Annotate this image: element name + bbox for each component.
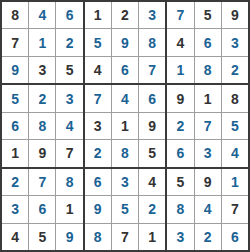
- cell-r5c1[interactable]: 6: [2, 113, 28, 139]
- box-2: 123598467: [85, 2, 166, 83]
- cell-r7c5[interactable]: 3: [112, 169, 138, 195]
- cell-r7c6[interactable]: 4: [139, 169, 165, 195]
- cell-r7c3[interactable]: 8: [56, 169, 82, 195]
- cell-r4c7[interactable]: 9: [167, 85, 193, 111]
- cell-r5c6[interactable]: 9: [139, 113, 165, 139]
- cell-r8c5[interactable]: 5: [112, 196, 138, 222]
- cell-r3c3[interactable]: 5: [56, 57, 82, 83]
- cell-r4c2[interactable]: 2: [29, 85, 55, 111]
- cell-r9c7[interactable]: 3: [167, 224, 193, 250]
- cell-r2c2[interactable]: 1: [29, 29, 55, 55]
- cell-r6c9[interactable]: 4: [222, 140, 248, 166]
- cell-r9c4[interactable]: 8: [85, 224, 111, 250]
- box-8: 634952871: [85, 169, 166, 250]
- cell-r3c8[interactable]: 8: [195, 57, 221, 83]
- cell-r9c6[interactable]: 1: [139, 224, 165, 250]
- cell-r3c1[interactable]: 9: [2, 57, 28, 83]
- cell-r2c4[interactable]: 5: [85, 29, 111, 55]
- cell-r1c7[interactable]: 7: [167, 2, 193, 28]
- cell-r1c6[interactable]: 3: [139, 2, 165, 28]
- box-6: 918275634: [167, 85, 248, 166]
- cell-r9c9[interactable]: 6: [222, 224, 248, 250]
- cell-r2c3[interactable]: 2: [56, 29, 82, 55]
- cell-r7c7[interactable]: 5: [167, 169, 193, 195]
- cell-r3c6[interactable]: 7: [139, 57, 165, 83]
- cell-r8c6[interactable]: 2: [139, 196, 165, 222]
- box-4: 523684197: [2, 85, 83, 166]
- cell-r8c2[interactable]: 6: [29, 196, 55, 222]
- cell-r6c6[interactable]: 5: [139, 140, 165, 166]
- cell-r2c5[interactable]: 9: [112, 29, 138, 55]
- cell-r1c3[interactable]: 6: [56, 2, 82, 28]
- cell-r1c4[interactable]: 1: [85, 2, 111, 28]
- cell-r5c9[interactable]: 5: [222, 113, 248, 139]
- cell-r7c1[interactable]: 2: [2, 169, 28, 195]
- cell-r4c9[interactable]: 8: [222, 85, 248, 111]
- cell-r5c4[interactable]: 3: [85, 113, 111, 139]
- cell-r8c3[interactable]: 1: [56, 196, 82, 222]
- cell-r1c9[interactable]: 9: [222, 2, 248, 28]
- box-5: 746319285: [85, 85, 166, 166]
- cell-r6c1[interactable]: 1: [2, 140, 28, 166]
- cell-r6c4[interactable]: 2: [85, 140, 111, 166]
- cell-r2c1[interactable]: 7: [2, 29, 28, 55]
- cell-r7c4[interactable]: 6: [85, 169, 111, 195]
- cell-r7c8[interactable]: 9: [195, 169, 221, 195]
- cell-r8c8[interactable]: 4: [195, 196, 221, 222]
- cell-r3c4[interactable]: 4: [85, 57, 111, 83]
- sudoku-board: 846712935 123598467 759463182 523684197 …: [0, 0, 250, 252]
- cell-r1c5[interactable]: 2: [112, 2, 138, 28]
- box-7: 278361459: [2, 169, 83, 250]
- cell-r9c8[interactable]: 2: [195, 224, 221, 250]
- cell-r4c5[interactable]: 4: [112, 85, 138, 111]
- cell-r6c3[interactable]: 7: [56, 140, 82, 166]
- cell-r9c2[interactable]: 5: [29, 224, 55, 250]
- box-9: 591847326: [167, 169, 248, 250]
- cell-r2c7[interactable]: 4: [167, 29, 193, 55]
- cell-r5c7[interactable]: 2: [167, 113, 193, 139]
- cell-r3c7[interactable]: 1: [167, 57, 193, 83]
- cell-r3c5[interactable]: 6: [112, 57, 138, 83]
- cell-r5c3[interactable]: 4: [56, 113, 82, 139]
- cell-r4c4[interactable]: 7: [85, 85, 111, 111]
- cell-r6c5[interactable]: 8: [112, 140, 138, 166]
- cell-r2c6[interactable]: 8: [139, 29, 165, 55]
- cell-r1c2[interactable]: 4: [29, 2, 55, 28]
- cell-r3c9[interactable]: 2: [222, 57, 248, 83]
- cell-r7c9[interactable]: 1: [222, 169, 248, 195]
- cell-r8c1[interactable]: 3: [2, 196, 28, 222]
- cell-r6c8[interactable]: 3: [195, 140, 221, 166]
- cell-r2c9[interactable]: 3: [222, 29, 248, 55]
- cell-r9c5[interactable]: 7: [112, 224, 138, 250]
- cell-r8c9[interactable]: 7: [222, 196, 248, 222]
- cell-r8c4[interactable]: 9: [85, 196, 111, 222]
- cell-r6c7[interactable]: 6: [167, 140, 193, 166]
- cell-r7c2[interactable]: 7: [29, 169, 55, 195]
- cell-r4c1[interactable]: 5: [2, 85, 28, 111]
- box-1: 846712935: [2, 2, 83, 83]
- cell-r1c8[interactable]: 5: [195, 2, 221, 28]
- cell-r2c8[interactable]: 6: [195, 29, 221, 55]
- cell-r5c5[interactable]: 1: [112, 113, 138, 139]
- box-3: 759463182: [167, 2, 248, 83]
- cell-r4c3[interactable]: 3: [56, 85, 82, 111]
- cell-r5c2[interactable]: 8: [29, 113, 55, 139]
- cell-r1c1[interactable]: 8: [2, 2, 28, 28]
- cell-r4c8[interactable]: 1: [195, 85, 221, 111]
- cell-r8c7[interactable]: 8: [167, 196, 193, 222]
- cell-r6c2[interactable]: 9: [29, 140, 55, 166]
- cell-r4c6[interactable]: 6: [139, 85, 165, 111]
- cell-r9c3[interactable]: 9: [56, 224, 82, 250]
- cell-r5c8[interactable]: 7: [195, 113, 221, 139]
- cell-r3c2[interactable]: 3: [29, 57, 55, 83]
- cell-r9c1[interactable]: 4: [2, 224, 28, 250]
